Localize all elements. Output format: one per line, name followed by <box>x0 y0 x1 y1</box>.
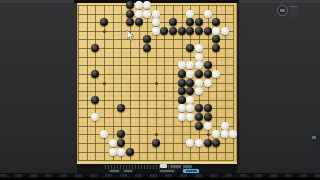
white-stone <box>109 139 117 147</box>
black-stone <box>135 18 143 26</box>
teal-indicator-icon <box>312 136 316 139</box>
black-stone <box>204 113 212 121</box>
black-stone <box>169 27 177 35</box>
black-stone <box>212 139 220 147</box>
white-stone <box>91 113 99 121</box>
black-stone <box>91 44 99 52</box>
black-stone <box>178 96 186 104</box>
grid-line <box>78 100 234 101</box>
white-stone <box>195 139 203 147</box>
white-stone <box>178 113 186 121</box>
black-stone <box>117 139 125 147</box>
black-stone <box>195 70 203 78</box>
panel-icon[interactable] <box>290 6 298 17</box>
black-stone <box>178 27 186 35</box>
white-stone <box>152 10 160 18</box>
grid-line <box>78 160 234 161</box>
white-stone <box>204 10 212 18</box>
hoshi-point <box>155 82 158 85</box>
black-stone <box>169 18 177 26</box>
white-stone <box>186 61 194 69</box>
white-stone <box>135 1 143 9</box>
white-stone <box>212 70 220 78</box>
black-stone <box>212 44 220 52</box>
black-stone <box>126 1 134 9</box>
white-stone <box>186 139 194 147</box>
black-stone <box>178 87 186 95</box>
white-stone <box>195 87 203 95</box>
white-stone <box>212 130 220 138</box>
move-total-text <box>183 165 192 168</box>
black-stone <box>186 27 194 35</box>
black-stone <box>204 139 212 147</box>
black-stone <box>195 27 203 35</box>
black-stone <box>117 130 125 138</box>
grid-line <box>78 152 234 153</box>
white-stone <box>195 53 203 61</box>
app-window <box>0 0 320 180</box>
black-stone <box>195 18 203 26</box>
white-stone <box>178 104 186 112</box>
black-stone <box>126 148 134 156</box>
black-stone <box>100 18 108 26</box>
black-stone <box>117 104 125 112</box>
white-stone <box>186 10 194 18</box>
black-stone <box>195 104 203 112</box>
white-stone <box>143 1 151 9</box>
white-stone <box>204 122 212 130</box>
black-stone <box>204 27 212 35</box>
white-stone <box>135 10 143 18</box>
black-stone <box>178 70 186 78</box>
hoshi-point <box>103 30 106 33</box>
white-stone <box>186 70 194 78</box>
bottom-band-black <box>0 178 320 180</box>
mouse-cursor-icon <box>127 26 135 37</box>
white-stone <box>195 61 203 69</box>
hoshi-point <box>155 133 158 136</box>
go-board[interactable] <box>77 3 237 164</box>
black-stone <box>186 79 194 87</box>
white-stone <box>186 104 194 112</box>
black-stone <box>91 70 99 78</box>
black-stone <box>178 79 186 87</box>
white-stone <box>152 27 160 35</box>
black-stone <box>204 70 212 78</box>
white-stone <box>204 79 212 87</box>
white-stone <box>221 130 229 138</box>
white-stone <box>195 79 203 87</box>
black-stone <box>204 61 212 69</box>
white-stone <box>229 130 237 138</box>
white-stone <box>186 96 194 104</box>
white-stone <box>221 27 229 35</box>
black-stone <box>212 18 220 26</box>
black-stone <box>212 35 220 43</box>
slider-handle-icon[interactable] <box>160 164 167 168</box>
black-stone <box>186 44 194 52</box>
black-stone <box>195 113 203 121</box>
bottom-band-streaks <box>0 174 320 177</box>
black-stone <box>91 96 99 104</box>
black-stone <box>195 122 203 130</box>
white-stone <box>195 44 203 52</box>
badge-ring-icon[interactable] <box>277 5 288 16</box>
hoshi-point <box>103 82 106 85</box>
white-stone <box>109 148 117 156</box>
white-stone <box>100 130 108 138</box>
black-stone <box>143 44 151 52</box>
black-stone <box>152 139 160 147</box>
black-stone <box>126 10 134 18</box>
black-stone <box>186 87 194 95</box>
grid-line <box>78 91 234 92</box>
move-counter-text <box>170 165 181 168</box>
white-stone <box>186 113 194 121</box>
hoshi-point <box>207 133 210 136</box>
black-stone <box>186 18 194 26</box>
white-stone <box>143 10 151 18</box>
white-stone <box>117 148 125 156</box>
black-stone <box>160 27 168 35</box>
white-stone <box>178 61 186 69</box>
black-stone <box>204 104 212 112</box>
white-stone <box>212 27 220 35</box>
white-stone <box>221 122 229 130</box>
black-stone <box>143 35 151 43</box>
white-stone <box>152 18 160 26</box>
